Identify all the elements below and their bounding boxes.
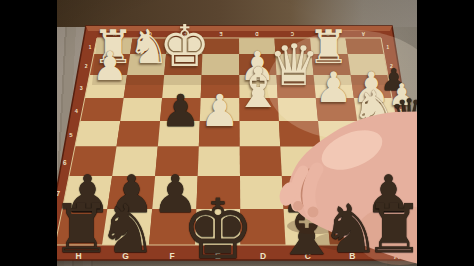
screenshot-stage: HGFEDCBAHGFEDCBA1234567812345678 ♜♞♚♜♟♟♛… [0,0,474,266]
photo-area: HGFEDCBAHGFEDCBA1234567812345678 ♜♞♚♜♟♟♛… [57,0,417,266]
letterbox-right [417,0,474,266]
letterbox-left [0,0,57,266]
